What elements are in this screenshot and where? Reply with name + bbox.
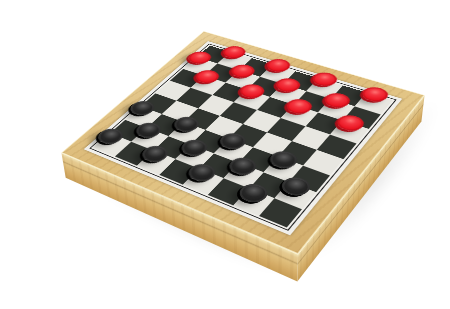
red-piece[interactable]	[358, 85, 392, 104]
black-piece[interactable]	[265, 148, 301, 171]
wood-frame-top	[61, 31, 424, 254]
red-piece[interactable]	[262, 57, 294, 74]
red-piece[interactable]	[219, 44, 250, 60]
black-piece[interactable]	[225, 155, 261, 178]
game-box	[61, 31, 424, 254]
red-piece[interactable]	[308, 70, 341, 88]
scene	[0, 0, 450, 309]
square-light[interactable]	[233, 188, 275, 216]
perspective-stage	[0, 0, 450, 309]
